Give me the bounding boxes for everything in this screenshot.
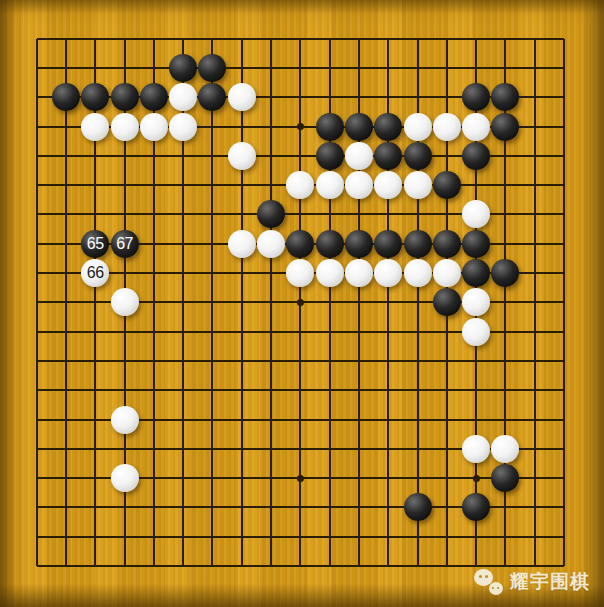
grid-line — [549, 360, 564, 362]
board-cell — [198, 551, 227, 580]
board-cell — [374, 258, 403, 287]
board-cell — [286, 405, 315, 434]
grid-line — [182, 141, 184, 170]
grid-line — [446, 141, 448, 170]
board-cell — [344, 522, 373, 551]
grid-line — [563, 229, 565, 258]
white-stone — [228, 230, 256, 258]
grid-line — [270, 317, 272, 346]
board-cell — [81, 493, 110, 522]
grid-line — [37, 477, 52, 479]
board-cell — [227, 463, 256, 492]
grid-line — [65, 346, 67, 375]
white-stone — [228, 83, 256, 111]
grid-line — [182, 522, 184, 551]
white-stone — [462, 288, 490, 316]
grid-line — [534, 522, 536, 551]
move-number: 66 — [87, 265, 104, 281]
board-cell — [227, 258, 256, 287]
grid-line — [534, 288, 536, 317]
grid-line — [504, 405, 506, 434]
grid-line — [270, 551, 272, 566]
board-cell — [256, 288, 285, 317]
board-cell — [81, 376, 110, 405]
board-cell — [403, 405, 432, 434]
grid-line — [358, 522, 360, 551]
grid-line — [563, 141, 565, 170]
board-cell — [461, 112, 490, 141]
board-cell — [51, 463, 80, 492]
board-cell — [22, 405, 51, 434]
grid-line — [124, 522, 126, 551]
grid-line — [211, 288, 213, 317]
board-cell — [168, 83, 197, 112]
board-cell — [344, 493, 373, 522]
grid-line — [36, 170, 38, 199]
board-cell — [432, 170, 461, 199]
grid-line — [549, 536, 564, 538]
board-cell — [315, 170, 344, 199]
board-cell — [168, 229, 197, 258]
grid-line — [417, 317, 419, 346]
board-cell — [256, 376, 285, 405]
board-cell — [168, 317, 197, 346]
grid-line — [65, 258, 67, 287]
grid-line — [387, 493, 389, 522]
board-cell — [549, 112, 578, 141]
board-cell — [22, 24, 51, 53]
board-cell — [491, 317, 520, 346]
board-cell — [315, 24, 344, 53]
grid-line — [37, 96, 52, 98]
board-cell — [432, 405, 461, 434]
board-cell — [491, 522, 520, 551]
board-cell — [168, 200, 197, 229]
grid-line — [299, 493, 301, 522]
grid-line — [124, 39, 126, 54]
black-stone — [198, 83, 226, 111]
board-cell — [286, 200, 315, 229]
black-stone — [433, 230, 461, 258]
grid-line — [37, 38, 52, 40]
board-cell — [22, 112, 51, 141]
board-cell — [432, 83, 461, 112]
board-cell — [51, 405, 80, 434]
grid-line — [182, 39, 184, 54]
grid-line — [65, 288, 67, 317]
grid-line — [504, 229, 506, 258]
grid-line — [153, 522, 155, 551]
black-stone — [462, 230, 490, 258]
board-cell — [461, 200, 490, 229]
grid-line — [299, 434, 301, 463]
board-cell — [491, 463, 520, 492]
grid-line — [299, 53, 301, 82]
board-cell — [81, 317, 110, 346]
board-cell — [198, 141, 227, 170]
white-stone — [169, 113, 197, 141]
grid-line — [563, 346, 565, 375]
board-cell — [315, 53, 344, 82]
grid-line — [563, 522, 565, 551]
grid-line — [446, 53, 448, 82]
board-cell — [110, 346, 139, 375]
grid-line — [504, 288, 506, 317]
board-cell — [198, 83, 227, 112]
board-cell — [491, 258, 520, 287]
board-cell — [22, 434, 51, 463]
grid-line — [549, 506, 564, 508]
board-cell — [432, 288, 461, 317]
grid-line — [534, 141, 536, 170]
grid-line — [124, 346, 126, 375]
board-cell — [198, 229, 227, 258]
board-cell — [81, 405, 110, 434]
black-stone: 67 — [111, 230, 139, 258]
grid-line — [241, 376, 243, 405]
grid-line — [563, 258, 565, 287]
grid-line — [534, 463, 536, 492]
grid-line — [504, 170, 506, 199]
board-cell — [110, 170, 139, 199]
board-cell — [286, 258, 315, 287]
board-cell — [461, 24, 490, 53]
grid-line — [504, 39, 506, 54]
board-cell — [110, 141, 139, 170]
board-cell — [520, 229, 549, 258]
white-stone — [462, 435, 490, 463]
grid-line — [358, 405, 360, 434]
grid-line — [329, 493, 331, 522]
board-cell — [344, 434, 373, 463]
board-cell — [374, 83, 403, 112]
grid-line — [504, 376, 506, 405]
grid-line — [358, 288, 360, 317]
board-cell — [315, 522, 344, 551]
grid-line — [153, 141, 155, 170]
board-cell — [461, 317, 490, 346]
grid-line — [329, 288, 331, 317]
black-stone — [404, 230, 432, 258]
board-cell — [286, 551, 315, 580]
board-cell — [286, 141, 315, 170]
grid-line — [329, 551, 331, 566]
grid-line — [387, 317, 389, 346]
grid-line — [299, 141, 301, 170]
grid-line — [534, 200, 536, 229]
grid-line — [182, 229, 184, 258]
grid-line — [182, 405, 184, 434]
grid-line — [417, 288, 419, 317]
grid-line — [36, 141, 38, 170]
grid-line — [549, 419, 564, 421]
board-cell — [315, 83, 344, 112]
board-cell — [168, 346, 197, 375]
grid-line — [94, 405, 96, 434]
board-cell — [110, 463, 139, 492]
board-cell — [256, 229, 285, 258]
board-cell — [344, 288, 373, 317]
grid-line — [37, 184, 52, 186]
black-stone — [491, 83, 519, 111]
board-cell — [491, 493, 520, 522]
grid-line — [549, 301, 564, 303]
board-cell — [549, 522, 578, 551]
board-cell — [549, 200, 578, 229]
grid-line — [504, 346, 506, 375]
board-cell — [374, 53, 403, 82]
grid-line — [37, 419, 52, 421]
grid-line — [358, 200, 360, 229]
grid-line — [504, 551, 506, 566]
board-cell — [227, 551, 256, 580]
grid-line — [241, 39, 243, 54]
board-cell — [22, 141, 51, 170]
grid-line — [124, 53, 126, 82]
star-point — [473, 475, 480, 482]
grid-line — [446, 346, 448, 375]
board-cell — [374, 522, 403, 551]
grid-line — [563, 551, 565, 566]
board-cell — [403, 317, 432, 346]
grid-line — [299, 317, 301, 346]
go-board-diagram: 656766 耀宇围棋 — [0, 0, 604, 607]
board-cell — [491, 200, 520, 229]
board-cell — [256, 405, 285, 434]
board-cell — [198, 24, 227, 53]
white-stone — [111, 113, 139, 141]
board-cell — [81, 434, 110, 463]
grid-line — [182, 346, 184, 375]
board-cell — [344, 317, 373, 346]
grid-line — [534, 112, 536, 141]
board-cell — [51, 317, 80, 346]
board-cell — [22, 170, 51, 199]
grid-line — [36, 83, 38, 112]
grid-line — [36, 346, 38, 375]
grid-line — [475, 405, 477, 434]
board-cell — [227, 405, 256, 434]
grid-line — [299, 39, 301, 54]
grid-line — [504, 522, 506, 551]
board-cell — [81, 24, 110, 53]
grid-line — [534, 376, 536, 405]
board-cell — [81, 53, 110, 82]
board-cell — [139, 53, 168, 82]
board-cell — [227, 170, 256, 199]
board-cell — [51, 258, 80, 287]
board-cell — [315, 551, 344, 580]
grid-line — [65, 376, 67, 405]
grid-line — [65, 170, 67, 199]
board-cell — [403, 376, 432, 405]
grid-line — [65, 200, 67, 229]
board-cell — [22, 376, 51, 405]
black-stone — [462, 259, 490, 287]
grid-line — [563, 317, 565, 346]
board-cell — [81, 170, 110, 199]
white-stone — [491, 435, 519, 463]
grid-line — [534, 83, 536, 112]
grid-line — [417, 522, 419, 551]
board-cell — [286, 434, 315, 463]
board-cell — [491, 24, 520, 53]
board-cell — [315, 112, 344, 141]
white-stone: 66 — [81, 259, 109, 287]
white-stone — [433, 113, 461, 141]
grid-line — [387, 39, 389, 54]
grid-line — [37, 536, 52, 538]
grid-line — [534, 53, 536, 82]
board-cell — [51, 288, 80, 317]
grid-line — [37, 243, 52, 245]
board-cell — [110, 551, 139, 580]
grid-line — [182, 551, 184, 566]
board-cell — [403, 493, 432, 522]
grid-line — [270, 83, 272, 112]
grid-line — [446, 317, 448, 346]
board-cell — [549, 405, 578, 434]
grid-line — [534, 346, 536, 375]
board-cell — [22, 229, 51, 258]
board-cell — [286, 24, 315, 53]
grid-line — [211, 376, 213, 405]
grid-line — [504, 317, 506, 346]
board-cell — [256, 258, 285, 287]
grid-line — [65, 493, 67, 522]
board-cell — [81, 112, 110, 141]
board-cell — [110, 112, 139, 141]
board-cell — [491, 83, 520, 112]
board-cell — [374, 463, 403, 492]
board-cell — [432, 463, 461, 492]
board-cell — [168, 434, 197, 463]
board-cell — [315, 229, 344, 258]
black-stone — [374, 142, 402, 170]
board-cell — [139, 141, 168, 170]
move-number: 65 — [87, 236, 104, 252]
board-cell — [81, 141, 110, 170]
grid-line — [270, 434, 272, 463]
grid-line — [549, 67, 564, 69]
white-stone — [345, 259, 373, 287]
white-stone — [111, 464, 139, 492]
move-number: 67 — [116, 236, 133, 252]
white-stone — [169, 83, 197, 111]
board-cell — [286, 376, 315, 405]
grid-line — [563, 200, 565, 229]
grid-line — [549, 477, 564, 479]
grid-line — [270, 405, 272, 434]
grid-line — [270, 522, 272, 551]
grid-line — [563, 288, 565, 317]
board-cell — [51, 141, 80, 170]
board-cell — [227, 288, 256, 317]
black-stone — [462, 142, 490, 170]
board-cell — [520, 170, 549, 199]
board-cell — [374, 376, 403, 405]
board-cell — [198, 317, 227, 346]
grid-line — [504, 141, 506, 170]
black-stone — [81, 83, 109, 111]
grid-line — [65, 434, 67, 463]
board-cell — [110, 83, 139, 112]
grid-line — [153, 229, 155, 258]
board-cell — [256, 170, 285, 199]
black-stone — [491, 464, 519, 492]
grid-line — [65, 112, 67, 141]
grid-line — [36, 463, 38, 492]
grid-line — [241, 522, 243, 551]
board-cell — [374, 288, 403, 317]
board-cell — [549, 493, 578, 522]
grid-line — [563, 493, 565, 522]
grid-line — [182, 434, 184, 463]
grid-line — [475, 170, 477, 199]
board-cell: 65 — [81, 229, 110, 258]
grid-line — [549, 38, 564, 40]
grid-line — [387, 434, 389, 463]
board-cell — [110, 493, 139, 522]
grid-line — [329, 39, 331, 54]
grid-line — [387, 200, 389, 229]
board-cell — [403, 346, 432, 375]
board-cell — [374, 112, 403, 141]
board-cell — [403, 434, 432, 463]
board-cell — [549, 376, 578, 405]
board-cell — [520, 405, 549, 434]
board-cell — [403, 141, 432, 170]
board-cell — [110, 376, 139, 405]
board-cell — [549, 258, 578, 287]
white-stone — [462, 318, 490, 346]
grid-line — [211, 551, 213, 566]
board-cell — [51, 200, 80, 229]
grid-line — [36, 229, 38, 258]
board-cell — [432, 551, 461, 580]
board-cell — [286, 83, 315, 112]
grid-line — [446, 405, 448, 434]
grid-line — [36, 288, 38, 317]
grid-line — [270, 346, 272, 375]
grid-line — [153, 258, 155, 287]
grid-line — [475, 551, 477, 566]
grid-line — [504, 493, 506, 522]
board-cell — [81, 463, 110, 492]
board-cell — [51, 229, 80, 258]
board-cell — [51, 346, 80, 375]
grid-line — [387, 346, 389, 375]
grid-line — [37, 389, 52, 391]
grid-line — [417, 39, 419, 54]
grid-line — [270, 463, 272, 492]
grid-line — [534, 170, 536, 199]
white-stone — [228, 142, 256, 170]
grid-line — [549, 565, 564, 567]
grid-line — [563, 376, 565, 405]
grid-line — [549, 243, 564, 245]
board-cell — [81, 522, 110, 551]
board-cell — [198, 258, 227, 287]
grid-line — [94, 463, 96, 492]
grid-line — [534, 405, 536, 434]
black-stone — [491, 113, 519, 141]
board-cell — [549, 434, 578, 463]
grid-line — [211, 522, 213, 551]
board-cell — [227, 229, 256, 258]
board-cell — [374, 200, 403, 229]
board-cell — [51, 83, 80, 112]
